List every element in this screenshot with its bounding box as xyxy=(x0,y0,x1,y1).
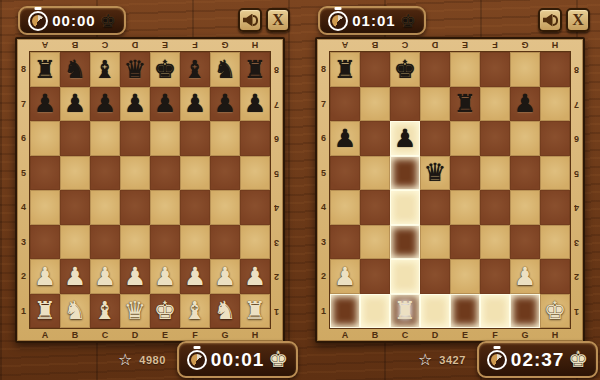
coordinate-label: D xyxy=(120,39,150,52)
square-f5[interactable] xyxy=(180,156,210,191)
black-king: ♚ xyxy=(154,57,176,82)
chess-board-left: ABCDEFGH ABCDEFGH 87654321 87654321 ♜♞♝♛… xyxy=(15,37,285,343)
sound-button[interactable] xyxy=(238,8,262,32)
square-g5[interactable] xyxy=(510,156,540,191)
square-c6[interactable]: ♟ xyxy=(390,121,420,156)
black-pawn: ♟ xyxy=(214,91,236,116)
white-pawn: ♟ xyxy=(94,264,116,289)
square-a2[interactable]: ♟ xyxy=(330,259,360,294)
square-f6[interactable] xyxy=(180,121,210,156)
coordinate-label: 5 xyxy=(570,156,583,191)
coordinate-label: A xyxy=(30,328,60,341)
square-f6[interactable] xyxy=(480,121,510,156)
black-pawn: ♟ xyxy=(184,91,206,116)
square-c3[interactable] xyxy=(390,225,420,260)
sound-button[interactable] xyxy=(538,8,562,32)
square-a6[interactable]: ♟ xyxy=(330,121,360,156)
square-h5[interactable] xyxy=(540,156,570,191)
coordinate-label: 5 xyxy=(17,156,30,191)
close-icon: X xyxy=(272,12,284,28)
square-c2[interactable]: ♟ xyxy=(90,259,120,294)
coordinate-label: 5 xyxy=(270,156,283,191)
coordinate-label: 3 xyxy=(570,225,583,260)
coordinate-label: E xyxy=(150,39,180,52)
square-a6[interactable] xyxy=(30,121,60,156)
square-b3[interactable] xyxy=(360,225,390,260)
game-panel-left: 00:00 ♚ X ABCDEFGH ABCDEFGH 87654321 876… xyxy=(0,0,300,380)
square-d3[interactable] xyxy=(420,225,450,260)
coordinate-label: G xyxy=(210,328,240,341)
coordinate-label: 7 xyxy=(270,87,283,122)
square-b7[interactable] xyxy=(360,87,390,122)
square-b4[interactable] xyxy=(360,190,390,225)
file-labels-bottom: ABCDEFGH xyxy=(30,328,270,341)
coordinate-label: 6 xyxy=(317,121,330,156)
coordinate-label: H xyxy=(240,328,270,341)
square-h6[interactable] xyxy=(540,121,570,156)
square-g6[interactable] xyxy=(210,121,240,156)
board-grid: ♜♞♝♛♚♝♞♜♟♟♟♟♟♟♟♟♟♟♟♟♟♟♟♟♜♞♝♛♚♝♞♜ xyxy=(30,52,270,328)
coordinate-label: E xyxy=(150,328,180,341)
coordinate-label: 3 xyxy=(17,225,30,260)
black-pawn: ♟ xyxy=(94,91,116,116)
square-g2[interactable]: ♟ xyxy=(210,259,240,294)
square-e7[interactable]: ♜ xyxy=(450,87,480,122)
square-f7[interactable] xyxy=(480,87,510,122)
square-g8[interactable] xyxy=(510,52,540,87)
speaker-icon xyxy=(543,14,558,27)
square-h7[interactable]: ♟ xyxy=(240,87,270,122)
coordinate-label: 8 xyxy=(270,52,283,87)
square-e2[interactable]: ♟ xyxy=(150,259,180,294)
square-a5[interactable] xyxy=(330,156,360,191)
square-e8[interactable]: ♚ xyxy=(150,52,180,87)
close-button[interactable]: X xyxy=(266,8,290,32)
coordinate-label: 1 xyxy=(570,294,583,329)
white-king: ♚ xyxy=(544,298,566,323)
coordinate-label: 7 xyxy=(570,87,583,122)
square-b6[interactable] xyxy=(60,121,90,156)
square-a4[interactable] xyxy=(330,190,360,225)
white-bishop: ♝ xyxy=(94,298,116,323)
rank-labels-right: 87654321 xyxy=(270,52,283,328)
white-knight: ♞ xyxy=(64,298,86,323)
square-b5[interactable] xyxy=(360,156,390,191)
square-d1[interactable]: ♛ xyxy=(120,294,150,329)
close-icon: X xyxy=(572,12,584,28)
square-b5[interactable] xyxy=(60,156,90,191)
square-e4[interactable] xyxy=(150,190,180,225)
stopwatch-icon xyxy=(328,11,348,31)
black-pawn: ♟ xyxy=(334,126,356,151)
white-king: ♚ xyxy=(154,298,176,323)
chess-app: 00:00 ♚ X ABCDEFGH ABCDEFGH 87654321 876… xyxy=(0,0,600,380)
square-g1[interactable] xyxy=(510,294,540,329)
square-a7[interactable]: ♟ xyxy=(30,87,60,122)
star-icon: ☆ xyxy=(118,352,132,368)
square-d2[interactable] xyxy=(420,259,450,294)
coordinate-label: A xyxy=(330,39,360,52)
black-bishop: ♝ xyxy=(184,57,206,82)
coordinate-label: 2 xyxy=(17,259,30,294)
stopwatch-icon xyxy=(487,350,507,370)
coordinate-label: B xyxy=(360,328,390,341)
square-h8[interactable]: ♜ xyxy=(240,52,270,87)
file-labels-top: ABCDEFGH xyxy=(30,39,270,52)
square-e1[interactable] xyxy=(450,294,480,329)
coordinate-label: C xyxy=(90,39,120,52)
coordinate-label: B xyxy=(60,328,90,341)
white-pawn: ♟ xyxy=(334,264,356,289)
coordinate-label: 1 xyxy=(17,294,30,329)
coordinate-label: 2 xyxy=(317,259,330,294)
square-h4[interactable] xyxy=(540,190,570,225)
square-f4[interactable] xyxy=(180,190,210,225)
square-c8[interactable]: ♝ xyxy=(90,52,120,87)
board-grid: ♜♚♜♟♟♟♛♟♟♜♚ xyxy=(330,52,570,328)
square-c4[interactable] xyxy=(390,190,420,225)
coordinate-label: 1 xyxy=(317,294,330,329)
square-c1[interactable]: ♝ xyxy=(90,294,120,329)
square-e8[interactable] xyxy=(450,52,480,87)
coordinate-label: D xyxy=(420,39,450,52)
square-a2[interactable]: ♟ xyxy=(30,259,60,294)
rank-labels-right: 87654321 xyxy=(570,52,583,328)
square-g7[interactable]: ♟ xyxy=(210,87,240,122)
square-c8[interactable]: ♚ xyxy=(390,52,420,87)
coordinate-label: D xyxy=(420,328,450,341)
white-pawn: ♟ xyxy=(154,264,176,289)
square-c5[interactable] xyxy=(90,156,120,191)
square-e6[interactable] xyxy=(150,121,180,156)
rank-labels-left: 87654321 xyxy=(317,52,330,328)
white-rook: ♜ xyxy=(34,298,56,323)
square-a8[interactable]: ♜ xyxy=(330,52,360,87)
square-c5[interactable] xyxy=(390,156,420,191)
black-knight: ♞ xyxy=(64,57,86,82)
square-e2[interactable] xyxy=(450,259,480,294)
square-h3[interactable] xyxy=(540,225,570,260)
white-pawn: ♟ xyxy=(244,264,266,289)
square-g4[interactable] xyxy=(210,190,240,225)
coordinate-label: B xyxy=(360,39,390,52)
square-a8[interactable]: ♜ xyxy=(30,52,60,87)
square-e5[interactable] xyxy=(450,156,480,191)
square-b1[interactable]: ♞ xyxy=(60,294,90,329)
coordinate-label: H xyxy=(240,39,270,52)
black-queen: ♛ xyxy=(124,57,146,82)
black-clock: 00:00 ♚ xyxy=(18,6,126,35)
square-d7[interactable]: ♟ xyxy=(120,87,150,122)
square-g8[interactable]: ♞ xyxy=(210,52,240,87)
black-pawn: ♟ xyxy=(394,126,416,151)
square-c2[interactable] xyxy=(390,259,420,294)
coordinate-label: 2 xyxy=(570,259,583,294)
coordinate-label: G xyxy=(210,39,240,52)
square-e6[interactable] xyxy=(450,121,480,156)
black-bishop: ♝ xyxy=(94,57,116,82)
square-b8[interactable] xyxy=(360,52,390,87)
square-a7[interactable] xyxy=(330,87,360,122)
square-d6[interactable] xyxy=(120,121,150,156)
white-clock: 02:37 ♚ xyxy=(477,341,598,378)
square-f8[interactable] xyxy=(480,52,510,87)
square-h4[interactable] xyxy=(240,190,270,225)
white-pawn: ♟ xyxy=(214,264,236,289)
coordinate-label: C xyxy=(390,39,420,52)
stopwatch-icon xyxy=(187,350,207,370)
white-king-icon: ♚ xyxy=(268,349,288,371)
square-b3[interactable] xyxy=(60,225,90,260)
square-d8[interactable] xyxy=(420,52,450,87)
black-pawn: ♟ xyxy=(124,91,146,116)
coordinate-label: E xyxy=(450,39,480,52)
coordinate-label: C xyxy=(390,328,420,341)
square-h3[interactable] xyxy=(240,225,270,260)
score-display: ☆ 4980 xyxy=(118,345,166,375)
black-pawn: ♟ xyxy=(244,91,266,116)
square-g7[interactable]: ♟ xyxy=(510,87,540,122)
square-f3[interactable] xyxy=(180,225,210,260)
square-d3[interactable] xyxy=(120,225,150,260)
white-knight: ♞ xyxy=(214,298,236,323)
square-f2[interactable] xyxy=(480,259,510,294)
black-pawn: ♟ xyxy=(154,91,176,116)
star-icon: ☆ xyxy=(418,352,432,368)
white-king-icon: ♚ xyxy=(568,349,588,371)
square-f2[interactable]: ♟ xyxy=(180,259,210,294)
square-e7[interactable]: ♟ xyxy=(150,87,180,122)
square-f5[interactable] xyxy=(480,156,510,191)
rank-labels-left: 87654321 xyxy=(17,52,30,328)
coordinate-label: 8 xyxy=(17,52,30,87)
square-e4[interactable] xyxy=(450,190,480,225)
coordinate-label: 4 xyxy=(570,190,583,225)
coordinate-label: 8 xyxy=(317,52,330,87)
speaker-icon xyxy=(243,14,258,27)
score-value: 3427 xyxy=(439,354,465,366)
coordinate-label: F xyxy=(480,39,510,52)
square-f1[interactable]: ♝ xyxy=(180,294,210,329)
square-d5[interactable]: ♛ xyxy=(420,156,450,191)
square-b2[interactable] xyxy=(360,259,390,294)
square-a5[interactable] xyxy=(30,156,60,191)
square-b6[interactable] xyxy=(360,121,390,156)
coordinate-label: B xyxy=(60,39,90,52)
coordinate-label: G xyxy=(510,39,540,52)
square-d1[interactable] xyxy=(420,294,450,329)
square-h2[interactable] xyxy=(540,259,570,294)
black-pawn: ♟ xyxy=(514,91,536,116)
square-a1[interactable]: ♜ xyxy=(30,294,60,329)
coordinate-label: 8 xyxy=(570,52,583,87)
file-labels-top: ABCDEFGH xyxy=(330,39,570,52)
square-g2[interactable]: ♟ xyxy=(510,259,540,294)
square-g6[interactable] xyxy=(510,121,540,156)
file-labels-bottom: ABCDEFGH xyxy=(330,328,570,341)
black-rook: ♜ xyxy=(244,57,266,82)
square-d6[interactable] xyxy=(420,121,450,156)
coordinate-label: 4 xyxy=(17,190,30,225)
score-value: 4980 xyxy=(139,354,165,366)
white-queen: ♛ xyxy=(124,298,146,323)
coordinate-label: H xyxy=(540,39,570,52)
coordinate-label: E xyxy=(450,328,480,341)
square-g3[interactable] xyxy=(210,225,240,260)
coordinate-label: 1 xyxy=(270,294,283,329)
square-c7[interactable]: ♟ xyxy=(90,87,120,122)
square-f8[interactable]: ♝ xyxy=(180,52,210,87)
coordinate-label: 3 xyxy=(317,225,330,260)
square-f1[interactable] xyxy=(480,294,510,329)
square-d5[interactable] xyxy=(120,156,150,191)
square-h6[interactable] xyxy=(240,121,270,156)
square-h7[interactable] xyxy=(540,87,570,122)
square-c7[interactable] xyxy=(390,87,420,122)
stopwatch-icon xyxy=(28,11,48,31)
close-button[interactable]: X xyxy=(566,8,590,32)
square-f4[interactable] xyxy=(480,190,510,225)
coordinate-label: A xyxy=(330,328,360,341)
black-clock-value: 00:00 xyxy=(52,12,95,29)
white-pawn: ♟ xyxy=(34,264,56,289)
white-pawn: ♟ xyxy=(514,264,536,289)
square-b2[interactable]: ♟ xyxy=(60,259,90,294)
black-rook: ♜ xyxy=(334,57,356,82)
black-rook: ♜ xyxy=(34,57,56,82)
square-a3[interactable] xyxy=(330,225,360,260)
square-c1[interactable]: ♜ xyxy=(390,294,420,329)
square-d8[interactable]: ♛ xyxy=(120,52,150,87)
black-king-icon: ♚ xyxy=(100,12,116,30)
square-c3[interactable] xyxy=(90,225,120,260)
square-f3[interactable] xyxy=(480,225,510,260)
coordinate-label: 6 xyxy=(270,121,283,156)
white-clock-value: 02:37 xyxy=(511,349,565,371)
square-a4[interactable] xyxy=(30,190,60,225)
square-b1[interactable] xyxy=(360,294,390,329)
black-pawn: ♟ xyxy=(64,91,86,116)
square-h1[interactable]: ♜ xyxy=(240,294,270,329)
square-d4[interactable] xyxy=(120,190,150,225)
black-clock-value: 01:01 xyxy=(352,12,395,29)
black-knight: ♞ xyxy=(214,57,236,82)
coordinate-label: 3 xyxy=(270,225,283,260)
square-c6[interactable] xyxy=(90,121,120,156)
coordinate-label: D xyxy=(120,328,150,341)
square-h2[interactable]: ♟ xyxy=(240,259,270,294)
coordinate-label: 5 xyxy=(317,156,330,191)
white-bishop: ♝ xyxy=(184,298,206,323)
chess-board-right: ABCDEFGH ABCDEFGH 87654321 87654321 ♜♚♜♟… xyxy=(315,37,585,343)
black-king-icon: ♚ xyxy=(400,12,416,30)
black-king: ♚ xyxy=(394,57,416,82)
square-g5[interactable] xyxy=(210,156,240,191)
coordinate-label: F xyxy=(180,39,210,52)
white-pawn: ♟ xyxy=(184,264,206,289)
black-rook: ♜ xyxy=(454,91,476,116)
square-f7[interactable]: ♟ xyxy=(180,87,210,122)
square-a3[interactable] xyxy=(30,225,60,260)
square-b8[interactable]: ♞ xyxy=(60,52,90,87)
square-h5[interactable] xyxy=(240,156,270,191)
black-clock: 01:01 ♚ xyxy=(318,6,426,35)
white-pawn: ♟ xyxy=(64,264,86,289)
square-e1[interactable]: ♚ xyxy=(150,294,180,329)
score-display: ☆ 3427 xyxy=(418,345,466,375)
white-clock-value: 00:01 xyxy=(211,349,265,371)
white-clock: 00:01 ♚ xyxy=(177,341,298,378)
coordinate-label: H xyxy=(540,328,570,341)
coordinate-label: 6 xyxy=(17,121,30,156)
coordinate-label: 4 xyxy=(317,190,330,225)
square-e5[interactable] xyxy=(150,156,180,191)
square-b4[interactable] xyxy=(60,190,90,225)
coordinate-label: 7 xyxy=(317,87,330,122)
white-rook: ♜ xyxy=(394,298,416,323)
coordinate-label: G xyxy=(510,328,540,341)
coordinate-label: F xyxy=(480,328,510,341)
square-b7[interactable]: ♟ xyxy=(60,87,90,122)
white-pawn: ♟ xyxy=(124,264,146,289)
square-g3[interactable] xyxy=(510,225,540,260)
black-pawn: ♟ xyxy=(34,91,56,116)
coordinate-label: 2 xyxy=(270,259,283,294)
game-panel-right: 01:01 ♚ X ABCDEFGH ABCDEFGH 87654321 876… xyxy=(300,0,600,380)
square-g1[interactable]: ♞ xyxy=(210,294,240,329)
white-rook: ♜ xyxy=(244,298,266,323)
square-d7[interactable] xyxy=(420,87,450,122)
coordinate-label: F xyxy=(180,328,210,341)
square-a1[interactable] xyxy=(330,294,360,329)
coordinate-label: 7 xyxy=(17,87,30,122)
black-queen: ♛ xyxy=(424,160,446,185)
square-d4[interactable] xyxy=(420,190,450,225)
square-d2[interactable]: ♟ xyxy=(120,259,150,294)
square-h1[interactable]: ♚ xyxy=(540,294,570,329)
square-e3[interactable] xyxy=(150,225,180,260)
square-h8[interactable] xyxy=(540,52,570,87)
coordinate-label: A xyxy=(30,39,60,52)
square-e3[interactable] xyxy=(450,225,480,260)
coordinate-label: 4 xyxy=(270,190,283,225)
square-c4[interactable] xyxy=(90,190,120,225)
coordinate-label: 6 xyxy=(570,121,583,156)
coordinate-label: C xyxy=(90,328,120,341)
square-g4[interactable] xyxy=(510,190,540,225)
